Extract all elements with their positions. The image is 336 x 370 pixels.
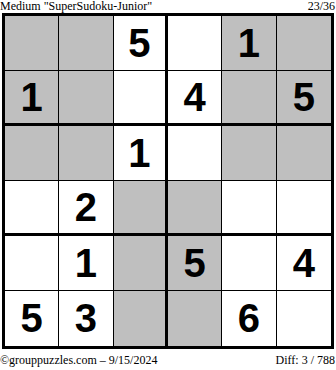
cell-r1c3[interactable]: 5: [114, 16, 168, 71]
cell-r6c2[interactable]: 3: [59, 291, 113, 346]
cell-r2c3[interactable]: [114, 71, 168, 126]
cell-r5c2[interactable]: 1: [59, 236, 113, 291]
cell-r1c6[interactable]: [277, 16, 331, 71]
copyright-text: ©grouppuzzles.com – 9/15/2024: [0, 353, 157, 368]
cell-r2c2[interactable]: [59, 71, 113, 126]
sudoku-board: 5114512154536: [2, 13, 334, 349]
cell-r4c2[interactable]: 2: [59, 181, 113, 236]
cell-r2c1[interactable]: 1: [5, 71, 59, 126]
cell-r3c3[interactable]: 1: [114, 126, 168, 181]
cell-r5c5[interactable]: [222, 236, 276, 291]
cell-r6c3[interactable]: [114, 291, 168, 346]
cell-r4c6[interactable]: [277, 181, 331, 236]
cell-r2c5[interactable]: [222, 71, 276, 126]
cell-r2c4[interactable]: 4: [168, 71, 222, 126]
cell-r6c6[interactable]: [277, 291, 331, 346]
cell-r5c4[interactable]: 5: [168, 236, 222, 291]
cell-r4c3[interactable]: [114, 181, 168, 236]
cell-r3c5[interactable]: [222, 126, 276, 181]
cell-r3c6[interactable]: [277, 126, 331, 181]
cell-r1c2[interactable]: [59, 16, 113, 71]
cell-r6c4[interactable]: [168, 291, 222, 346]
cell-r3c1[interactable]: [5, 126, 59, 181]
footer: ©grouppuzzles.com – 9/15/2024 Diff: 3 / …: [0, 351, 336, 370]
difficulty-text: Diff: 3 / 788: [276, 353, 336, 368]
header: Medium "SuperSudoku-Junior" 23/36: [0, 0, 336, 13]
cell-r4c1[interactable]: [5, 181, 59, 236]
cell-r1c5[interactable]: 1: [222, 16, 276, 71]
cell-r6c1[interactable]: 5: [5, 291, 59, 346]
cell-r5c6[interactable]: 4: [277, 236, 331, 291]
cell-r3c4[interactable]: [168, 126, 222, 181]
cell-r1c4[interactable]: [168, 16, 222, 71]
puzzle-counter: 23/36: [308, 0, 336, 13]
cell-r6c5[interactable]: 6: [222, 291, 276, 346]
cell-r1c1[interactable]: [5, 16, 59, 71]
puzzle-page: Medium "SuperSudoku-Junior" 23/36 511451…: [0, 0, 336, 370]
cell-r4c4[interactable]: [168, 181, 222, 236]
cell-r5c3[interactable]: [114, 236, 168, 291]
cell-r3c2[interactable]: [59, 126, 113, 181]
cell-r2c6[interactable]: 5: [277, 71, 331, 126]
cell-r5c1[interactable]: [5, 236, 59, 291]
cell-r4c5[interactable]: [222, 181, 276, 236]
puzzle-title: Medium "SuperSudoku-Junior": [0, 0, 152, 13]
